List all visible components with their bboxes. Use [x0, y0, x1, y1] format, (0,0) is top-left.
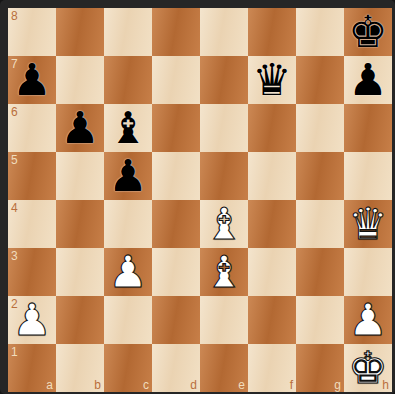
square-a6[interactable]: 6 — [8, 104, 56, 152]
square-h6[interactable] — [344, 104, 392, 152]
piece-white-pawn[interactable]: ♟ — [344, 296, 392, 344]
square-d5[interactable] — [152, 152, 200, 200]
square-g1[interactable]: g — [296, 344, 344, 392]
file-label-a: a — [46, 378, 53, 392]
square-e3[interactable]: ♝ — [200, 248, 248, 296]
rank-label-1: 1 — [11, 345, 18, 359]
square-c4[interactable] — [104, 200, 152, 248]
square-e6[interactable] — [200, 104, 248, 152]
square-e4[interactable]: ♝ — [200, 200, 248, 248]
square-f5[interactable] — [248, 152, 296, 200]
square-a5[interactable]: 5 — [8, 152, 56, 200]
square-c2[interactable] — [104, 296, 152, 344]
square-g3[interactable] — [296, 248, 344, 296]
square-c5[interactable]: ♟ — [104, 152, 152, 200]
square-d1[interactable]: d — [152, 344, 200, 392]
square-a2[interactable]: 2♟ — [8, 296, 56, 344]
square-e5[interactable] — [200, 152, 248, 200]
piece-black-king[interactable]: ♚ — [344, 8, 392, 56]
square-a1[interactable]: 1a — [8, 344, 56, 392]
piece-white-queen[interactable]: ♛ — [344, 200, 392, 248]
square-e8[interactable] — [200, 8, 248, 56]
piece-white-pawn[interactable]: ♟ — [104, 248, 152, 296]
square-b7[interactable] — [56, 56, 104, 104]
square-c8[interactable] — [104, 8, 152, 56]
square-d6[interactable] — [152, 104, 200, 152]
square-d2[interactable] — [152, 296, 200, 344]
square-e2[interactable] — [200, 296, 248, 344]
square-d3[interactable] — [152, 248, 200, 296]
square-h4[interactable]: ♛ — [344, 200, 392, 248]
square-f7[interactable]: ♛ — [248, 56, 296, 104]
rank-label-3: 3 — [11, 249, 18, 263]
rank-label-4: 4 — [11, 201, 18, 215]
square-f1[interactable]: f — [248, 344, 296, 392]
piece-white-bishop[interactable]: ♝ — [200, 248, 248, 296]
piece-black-pawn[interactable]: ♟ — [8, 56, 56, 104]
square-g4[interactable] — [296, 200, 344, 248]
file-label-g: g — [334, 378, 341, 392]
square-b2[interactable] — [56, 296, 104, 344]
file-label-f: f — [290, 378, 293, 392]
square-b4[interactable] — [56, 200, 104, 248]
rank-label-6: 6 — [11, 105, 18, 119]
square-a8[interactable]: 8 — [8, 8, 56, 56]
square-a4[interactable]: 4 — [8, 200, 56, 248]
piece-black-queen[interactable]: ♛ — [248, 56, 296, 104]
square-a3[interactable]: 3 — [8, 248, 56, 296]
square-a7[interactable]: 7♟ — [8, 56, 56, 104]
square-f3[interactable] — [248, 248, 296, 296]
square-f4[interactable] — [248, 200, 296, 248]
file-label-b: b — [94, 378, 101, 392]
rank-label-5: 5 — [11, 153, 18, 167]
square-h3[interactable] — [344, 248, 392, 296]
square-h1[interactable]: h♚ — [344, 344, 392, 392]
piece-white-pawn[interactable]: ♟ — [8, 296, 56, 344]
square-f2[interactable] — [248, 296, 296, 344]
chess-board: 8♚7♟♛♟6♟♝5♟4♝♛3♟♝2♟♟1abcdefgh♚ — [8, 8, 392, 392]
square-d4[interactable] — [152, 200, 200, 248]
piece-white-bishop[interactable]: ♝ — [200, 200, 248, 248]
square-b5[interactable] — [56, 152, 104, 200]
square-d7[interactable] — [152, 56, 200, 104]
piece-black-pawn[interactable]: ♟ — [56, 104, 104, 152]
piece-white-king[interactable]: ♚ — [344, 344, 392, 392]
piece-black-pawn[interactable]: ♟ — [104, 152, 152, 200]
square-c3[interactable]: ♟ — [104, 248, 152, 296]
square-g7[interactable] — [296, 56, 344, 104]
square-f6[interactable] — [248, 104, 296, 152]
square-b3[interactable] — [56, 248, 104, 296]
square-g8[interactable] — [296, 8, 344, 56]
file-label-c: c — [143, 378, 149, 392]
square-b1[interactable]: b — [56, 344, 104, 392]
chess-board-frame: 8♚7♟♛♟6♟♝5♟4♝♛3♟♝2♟♟1abcdefgh♚ — [0, 0, 395, 394]
square-c6[interactable]: ♝ — [104, 104, 152, 152]
piece-black-pawn[interactable]: ♟ — [344, 56, 392, 104]
square-g6[interactable] — [296, 104, 344, 152]
square-c7[interactable] — [104, 56, 152, 104]
square-g5[interactable] — [296, 152, 344, 200]
square-d8[interactable] — [152, 8, 200, 56]
square-b6[interactable]: ♟ — [56, 104, 104, 152]
piece-black-bishop[interactable]: ♝ — [104, 104, 152, 152]
file-label-e: e — [238, 378, 245, 392]
square-c1[interactable]: c — [104, 344, 152, 392]
file-label-d: d — [190, 378, 197, 392]
square-b8[interactable] — [56, 8, 104, 56]
square-h7[interactable]: ♟ — [344, 56, 392, 104]
square-f8[interactable] — [248, 8, 296, 56]
rank-label-8: 8 — [11, 9, 18, 23]
square-g2[interactable] — [296, 296, 344, 344]
square-e7[interactable] — [200, 56, 248, 104]
square-h5[interactable] — [344, 152, 392, 200]
square-h2[interactable]: ♟ — [344, 296, 392, 344]
square-e1[interactable]: e — [200, 344, 248, 392]
square-h8[interactable]: ♚ — [344, 8, 392, 56]
